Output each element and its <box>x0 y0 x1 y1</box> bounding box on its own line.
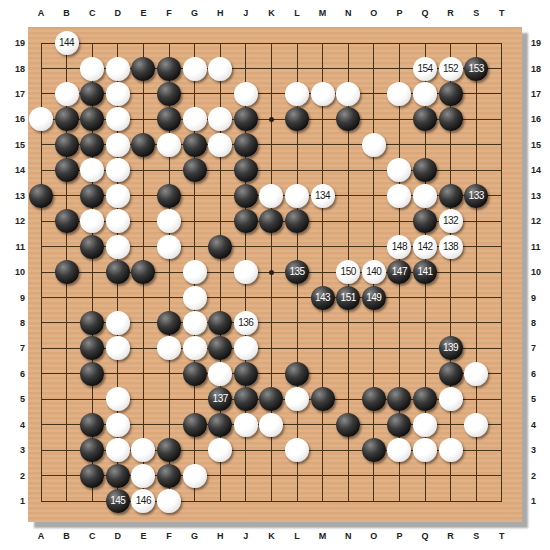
white-stone-A16 <box>29 107 53 131</box>
white-stone-P14 <box>387 158 411 182</box>
black-stone-O5 <box>362 387 386 411</box>
black-stone-C13 <box>80 184 104 208</box>
move-number-label: 136 <box>238 318 253 328</box>
column-label-top: C <box>82 6 102 20</box>
move-number-label: 135 <box>289 267 304 277</box>
row-label-right: 10 <box>531 265 550 279</box>
black-stone-B14 <box>55 158 79 182</box>
column-label-bottom: M <box>313 529 333 543</box>
black-stone-B16 <box>55 107 79 131</box>
column-label-bottom: Q <box>415 529 435 543</box>
black-stone-C15 <box>80 133 104 157</box>
white-stone-D11 <box>106 235 130 259</box>
black-stone-L6 <box>285 362 309 386</box>
black-stone-O3 <box>362 438 386 462</box>
column-label-top: Q <box>415 6 435 20</box>
grid-line-horizontal <box>41 297 502 298</box>
black-stone-R6 <box>439 362 463 386</box>
white-stone-F15 <box>157 133 181 157</box>
white-stone-Q18: 154 <box>413 57 437 81</box>
black-stone-D1: 145 <box>106 489 130 513</box>
row-label-left: 1 <box>3 494 25 508</box>
black-stone-B12 <box>55 209 79 233</box>
white-stone-R5 <box>439 387 463 411</box>
white-stone-J17 <box>234 82 258 106</box>
black-stone-P4 <box>387 413 411 437</box>
black-stone-E15 <box>131 133 155 157</box>
column-label-top: N <box>338 6 358 20</box>
row-label-left: 14 <box>3 163 25 177</box>
move-number-label: 151 <box>341 293 356 303</box>
black-stone-C6 <box>80 362 104 386</box>
row-label-right: 14 <box>531 163 550 177</box>
black-stone-F16 <box>157 107 181 131</box>
row-label-left: 8 <box>3 316 25 330</box>
white-stone-H6 <box>208 362 232 386</box>
white-stone-E2 <box>131 464 155 488</box>
white-stone-P11: 148 <box>387 235 411 259</box>
row-label-right: 16 <box>531 112 550 126</box>
black-stone-A13 <box>29 184 53 208</box>
move-number-label: 154 <box>417 64 432 74</box>
star-point <box>269 270 274 275</box>
white-stone-L3 <box>285 438 309 462</box>
black-stone-C11 <box>80 235 104 259</box>
row-label-left: 5 <box>3 392 25 406</box>
column-label-top: K <box>261 6 281 20</box>
move-number-label: 140 <box>366 267 381 277</box>
black-stone-L16 <box>285 107 309 131</box>
move-number-label: 146 <box>136 496 151 506</box>
move-number-label: 141 <box>417 267 432 277</box>
move-number-label: 143 <box>315 293 330 303</box>
column-label-bottom: F <box>159 529 179 543</box>
column-label-bottom: R <box>441 529 461 543</box>
white-stone-G9 <box>183 286 207 310</box>
black-stone-B10 <box>55 260 79 284</box>
white-stone-D3 <box>106 438 130 462</box>
row-label-right: 6 <box>531 367 550 381</box>
column-label-bottom: G <box>185 529 205 543</box>
row-label-left: 17 <box>3 87 25 101</box>
row-label-right: 2 <box>531 469 550 483</box>
column-label-top: D <box>108 6 128 20</box>
move-number-label: 142 <box>417 242 432 252</box>
row-label-left: 3 <box>3 443 25 457</box>
black-stone-B15 <box>55 133 79 157</box>
black-stone-Q5 <box>413 387 437 411</box>
black-stone-Q10: 141 <box>413 260 437 284</box>
column-label-top: O <box>364 6 384 20</box>
black-stone-J16 <box>234 107 258 131</box>
column-label-bottom: E <box>133 529 153 543</box>
white-stone-E3 <box>131 438 155 462</box>
white-stone-C12 <box>80 209 104 233</box>
row-label-left: 12 <box>3 214 25 228</box>
white-stone-J10 <box>234 260 258 284</box>
black-stone-N16 <box>336 107 360 131</box>
white-stone-D7 <box>106 336 130 360</box>
column-label-bottom: O <box>364 529 384 543</box>
white-stone-H18 <box>208 57 232 81</box>
column-label-top: E <box>133 6 153 20</box>
white-stone-G16 <box>183 107 207 131</box>
row-label-right: 8 <box>531 316 550 330</box>
move-number-label: 144 <box>59 38 74 48</box>
black-stone-H8 <box>208 311 232 335</box>
row-label-right: 19 <box>531 36 550 50</box>
white-stone-J8: 136 <box>234 311 258 335</box>
white-stone-M17 <box>311 82 335 106</box>
black-stone-C4 <box>80 413 104 437</box>
black-stone-Q14 <box>413 158 437 182</box>
move-number-label: 149 <box>366 293 381 303</box>
white-stone-R18: 152 <box>439 57 463 81</box>
row-label-right: 18 <box>531 62 550 76</box>
go-board[interactable]: 1441541521531341331321481421381351501401… <box>28 27 522 522</box>
black-stone-F17 <box>157 82 181 106</box>
move-number-label: 152 <box>443 64 458 74</box>
white-stone-D4 <box>106 413 130 437</box>
row-label-right: 17 <box>531 87 550 101</box>
black-stone-J14 <box>234 158 258 182</box>
white-stone-R11: 138 <box>439 235 463 259</box>
black-stone-R16 <box>439 107 463 131</box>
white-stone-D5 <box>106 387 130 411</box>
column-label-bottom: J <box>236 529 256 543</box>
column-label-bottom: A <box>31 529 51 543</box>
move-number-label: 145 <box>110 496 125 506</box>
move-number-label: 139 <box>443 343 458 353</box>
row-label-left: 10 <box>3 265 25 279</box>
column-label-top: T <box>492 6 512 20</box>
star-point <box>269 117 274 122</box>
white-stone-M13: 134 <box>311 184 335 208</box>
black-stone-C2 <box>80 464 104 488</box>
row-label-right: 3 <box>531 443 550 457</box>
black-stone-F3 <box>157 438 181 462</box>
black-stone-F18 <box>157 57 181 81</box>
white-stone-Q17 <box>413 82 437 106</box>
row-label-right: 13 <box>531 189 550 203</box>
move-number-label: 132 <box>443 216 458 226</box>
move-number-label: 148 <box>392 242 407 252</box>
white-stone-H16 <box>208 107 232 131</box>
row-label-right: 1 <box>531 494 550 508</box>
black-stone-L10: 135 <box>285 260 309 284</box>
row-label-right: 9 <box>531 291 550 305</box>
white-stone-O10: 140 <box>362 260 386 284</box>
black-stone-Q16 <box>413 107 437 131</box>
black-stone-F13 <box>157 184 181 208</box>
white-stone-N17 <box>336 82 360 106</box>
black-stone-C17 <box>80 82 104 106</box>
white-stone-F1 <box>157 489 181 513</box>
white-stone-H15 <box>208 133 232 157</box>
column-label-top: L <box>287 6 307 20</box>
white-stone-J7 <box>234 336 258 360</box>
column-label-bottom: S <box>466 529 486 543</box>
grid-line-vertical <box>501 43 502 501</box>
black-stone-E18 <box>131 57 155 81</box>
black-stone-C3 <box>80 438 104 462</box>
grid-line-vertical <box>322 43 323 501</box>
column-label-top: F <box>159 6 179 20</box>
white-stone-D13 <box>106 184 130 208</box>
black-stone-J15 <box>234 133 258 157</box>
row-label-right: 5 <box>531 392 550 406</box>
white-stone-L13 <box>285 184 309 208</box>
move-number-label: 153 <box>469 64 484 74</box>
white-stone-D18 <box>106 57 130 81</box>
white-stone-P3 <box>387 438 411 462</box>
column-label-top: B <box>57 6 77 20</box>
column-label-top: J <box>236 6 256 20</box>
row-label-left: 4 <box>3 418 25 432</box>
black-stone-R7: 139 <box>439 336 463 360</box>
move-number-label: 150 <box>341 267 356 277</box>
white-stone-D17 <box>106 82 130 106</box>
black-stone-L12 <box>285 209 309 233</box>
white-stone-D8 <box>106 311 130 335</box>
white-stone-O15 <box>362 133 386 157</box>
black-stone-J12 <box>234 209 258 233</box>
white-stone-F7 <box>157 336 181 360</box>
white-stone-K4 <box>259 413 283 437</box>
black-stone-E10 <box>131 260 155 284</box>
row-label-right: 7 <box>531 341 550 355</box>
row-label-right: 12 <box>531 214 550 228</box>
white-stone-D12 <box>106 209 130 233</box>
column-label-bottom: D <box>108 529 128 543</box>
white-stone-C14 <box>80 158 104 182</box>
column-label-top: G <box>185 6 205 20</box>
white-stone-Q4 <box>413 413 437 437</box>
row-label-left: 15 <box>3 138 25 152</box>
column-label-top: A <box>31 6 51 20</box>
black-stone-N9: 151 <box>336 286 360 310</box>
white-stone-Q3 <box>413 438 437 462</box>
black-stone-Q12 <box>413 209 437 233</box>
white-stone-J4 <box>234 413 258 437</box>
black-stone-C7 <box>80 336 104 360</box>
move-number-label: 137 <box>213 394 228 404</box>
column-label-bottom: P <box>389 529 409 543</box>
white-stone-B17 <box>55 82 79 106</box>
black-stone-D10 <box>106 260 130 284</box>
white-stone-S4 <box>464 413 488 437</box>
black-stone-H5: 137 <box>208 387 232 411</box>
white-stone-L5 <box>285 387 309 411</box>
black-stone-K5 <box>259 387 283 411</box>
black-stone-O9: 149 <box>362 286 386 310</box>
row-label-left: 18 <box>3 62 25 76</box>
black-stone-C8 <box>80 311 104 335</box>
black-stone-D2 <box>106 464 130 488</box>
white-stone-E1: 146 <box>131 489 155 513</box>
black-stone-N4 <box>336 413 360 437</box>
column-label-bottom: T <box>492 529 512 543</box>
white-stone-G18 <box>183 57 207 81</box>
row-label-left: 13 <box>3 189 25 203</box>
black-stone-M9: 143 <box>311 286 335 310</box>
black-stone-J5 <box>234 387 258 411</box>
white-stone-H3 <box>208 438 232 462</box>
black-stone-H4 <box>208 413 232 437</box>
move-number-label: 138 <box>443 242 458 252</box>
white-stone-D14 <box>106 158 130 182</box>
go-game-screenshot: 1441541521531341331321481421381351501401… <box>0 0 550 550</box>
black-stone-J13 <box>234 184 258 208</box>
move-number-label: 133 <box>469 191 484 201</box>
white-stone-Q11: 142 <box>413 235 437 259</box>
white-stone-L17 <box>285 82 309 106</box>
column-label-top: P <box>389 6 409 20</box>
row-label-left: 2 <box>3 469 25 483</box>
row-label-right: 15 <box>531 138 550 152</box>
black-stone-M5 <box>311 387 335 411</box>
column-label-bottom: L <box>287 529 307 543</box>
black-stone-G14 <box>183 158 207 182</box>
black-stone-H7 <box>208 336 232 360</box>
black-stone-P5 <box>387 387 411 411</box>
row-label-left: 6 <box>3 367 25 381</box>
white-stone-Q13 <box>413 184 437 208</box>
column-label-top: R <box>441 6 461 20</box>
white-stone-F12 <box>157 209 181 233</box>
black-stone-C16 <box>80 107 104 131</box>
white-stone-G10 <box>183 260 207 284</box>
black-stone-P10: 147 <box>387 260 411 284</box>
white-stone-R12: 132 <box>439 209 463 233</box>
column-label-top: S <box>466 6 486 20</box>
white-stone-P13 <box>387 184 411 208</box>
column-label-bottom: K <box>261 529 281 543</box>
column-label-top: M <box>313 6 333 20</box>
black-stone-R17 <box>439 82 463 106</box>
black-stone-G15 <box>183 133 207 157</box>
white-stone-C18 <box>80 57 104 81</box>
column-label-bottom: H <box>210 529 230 543</box>
black-stone-F2 <box>157 464 181 488</box>
grid-line-horizontal <box>41 373 502 374</box>
move-number-label: 147 <box>392 267 407 277</box>
column-label-bottom: N <box>338 529 358 543</box>
black-stone-G6 <box>183 362 207 386</box>
row-label-left: 16 <box>3 112 25 126</box>
row-label-left: 11 <box>3 240 25 254</box>
black-stone-K12 <box>259 209 283 233</box>
black-stone-S18: 153 <box>464 57 488 81</box>
white-stone-R3 <box>439 438 463 462</box>
row-label-left: 19 <box>3 36 25 50</box>
black-stone-R13 <box>439 184 463 208</box>
move-number-label: 134 <box>315 191 330 201</box>
row-label-right: 11 <box>531 240 550 254</box>
white-stone-G2 <box>183 464 207 488</box>
white-stone-G8 <box>183 311 207 335</box>
white-stone-D16 <box>106 107 130 131</box>
row-label-left: 7 <box>3 341 25 355</box>
white-stone-P17 <box>387 82 411 106</box>
white-stone-K13 <box>259 184 283 208</box>
row-label-left: 9 <box>3 291 25 305</box>
black-stone-J6 <box>234 362 258 386</box>
black-stone-H11 <box>208 235 232 259</box>
white-stone-B19: 144 <box>55 31 79 55</box>
column-label-top: H <box>210 6 230 20</box>
column-label-bottom: C <box>82 529 102 543</box>
white-stone-D15 <box>106 133 130 157</box>
white-stone-F11 <box>157 235 181 259</box>
black-stone-G4 <box>183 413 207 437</box>
row-label-right: 4 <box>531 418 550 432</box>
black-stone-F8 <box>157 311 181 335</box>
white-stone-N10: 150 <box>336 260 360 284</box>
column-label-bottom: B <box>57 529 77 543</box>
black-stone-S13: 133 <box>464 184 488 208</box>
white-stone-S6 <box>464 362 488 386</box>
white-stone-G7 <box>183 336 207 360</box>
